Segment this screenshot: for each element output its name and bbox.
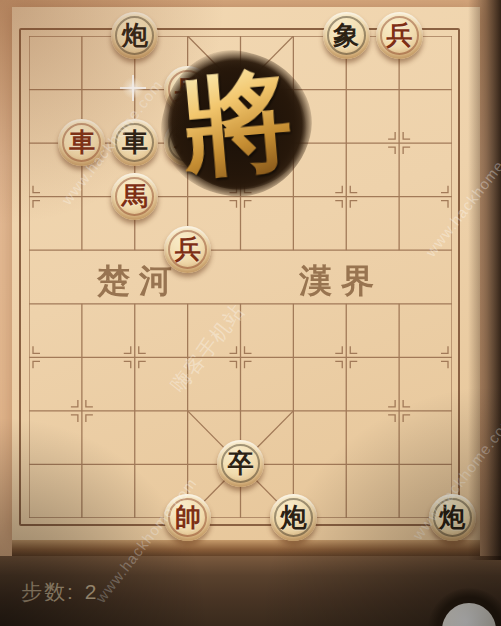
piece-black-cannon[interactable]: 炮 — [270, 494, 317, 541]
step-counter: 步数:2 — [21, 578, 99, 606]
piece-glyph: 卒 — [217, 440, 264, 487]
piece-red-general[interactable]: 帥 — [164, 494, 211, 541]
step-counter-value: 2 — [85, 580, 99, 603]
check-effect: 將 — [161, 50, 313, 198]
piece-black-cannon[interactable]: 炮 — [111, 12, 158, 59]
step-counter-label: 步数: — [21, 580, 75, 603]
check-effect-text: 將 — [176, 45, 299, 203]
bottom-bar: 步数:2 — [0, 556, 501, 626]
board-side-edge — [12, 540, 480, 557]
piece-glyph: 象 — [323, 12, 370, 59]
piece-red-soldier[interactable]: 兵 — [376, 12, 423, 59]
river-label-right: 漢界 — [299, 259, 383, 304]
piece-red-chariot[interactable]: 車 — [58, 119, 105, 166]
piece-red-soldier[interactable]: 兵 — [164, 226, 211, 273]
piece-glyph: 炮 — [111, 12, 158, 59]
piece-red-horse[interactable]: 馬 — [111, 173, 158, 220]
piece-glyph: 兵 — [164, 226, 211, 273]
sparkle-icon — [122, 77, 144, 99]
piece-black-chariot[interactable]: 車 — [111, 119, 158, 166]
piece-glyph: 炮 — [270, 494, 317, 541]
piece-glyph: 馬 — [111, 173, 158, 220]
piece-glyph: 帥 — [164, 494, 211, 541]
river: 楚河 漢界 — [29, 251, 452, 304]
piece-black-soldier[interactable]: 卒 — [217, 440, 264, 487]
right-shadow — [468, 0, 501, 560]
piece-glyph: 車 — [111, 119, 158, 166]
piece-glyph: 兵 — [376, 12, 423, 59]
xiangqi-app: 楚河 漢界 炮象兵兵車車将馬兵卒帥炮炮 將 www.hackhome.com嗨客… — [0, 0, 501, 626]
piece-glyph: 車 — [58, 119, 105, 166]
piece-black-elephant[interactable]: 象 — [323, 12, 370, 59]
